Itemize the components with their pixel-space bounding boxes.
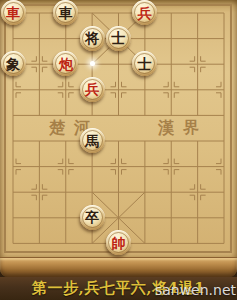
piece-glyph: 車: [6, 5, 20, 19]
piece-black-advisor-2[interactable]: 士: [132, 51, 157, 76]
piece-glyph: 将: [85, 31, 99, 45]
piece-black-advisor-1[interactable]: 士: [106, 26, 131, 51]
piece-glyph: 馬: [85, 133, 99, 147]
board-wooden-edge: [0, 257, 237, 277]
piece-red-general[interactable]: 帥: [106, 230, 131, 255]
watermark: sanwen.net: [155, 282, 236, 298]
piece-glyph: 兵: [85, 82, 99, 96]
piece-red-cannon[interactable]: 炮: [53, 51, 78, 76]
piece-glyph: 車: [59, 5, 73, 19]
piece-glyph: 炮: [59, 56, 73, 70]
piece-glyph: 象: [6, 56, 20, 70]
piece-red-soldier-2[interactable]: 兵: [80, 77, 105, 102]
xiangqi-board: 楚河 漢界 車車兵将士象炮士兵馬卒帥: [0, 0, 237, 257]
caption-bar: 第一步,兵七平六,将4退1 sanwen.net: [0, 277, 237, 300]
piece-glyph: 士: [138, 56, 152, 70]
piece-glyph: 兵: [138, 5, 152, 19]
piece-red-chariot[interactable]: 車: [1, 0, 26, 25]
board-intersection-grid[interactable]: 車車兵将士象炮士兵馬卒帥: [0, 0, 237, 256]
piece-black-elephant[interactable]: 象: [1, 51, 26, 76]
last-move-indicator: [90, 61, 95, 66]
piece-black-horse[interactable]: 馬: [80, 128, 105, 153]
piece-red-soldier-1[interactable]: 兵: [132, 0, 157, 25]
piece-black-soldier[interactable]: 卒: [80, 205, 105, 230]
xiangqi-app-screenshot: 楚河 漢界 車車兵将士象炮士兵馬卒帥 第一步,兵七平六,将4退1 sanwen.…: [0, 0, 237, 300]
piece-glyph: 士: [111, 31, 125, 45]
piece-glyph: 帥: [111, 235, 125, 249]
piece-black-general[interactable]: 将: [80, 26, 105, 51]
piece-black-chariot[interactable]: 車: [53, 0, 78, 25]
piece-glyph: 卒: [85, 210, 99, 224]
